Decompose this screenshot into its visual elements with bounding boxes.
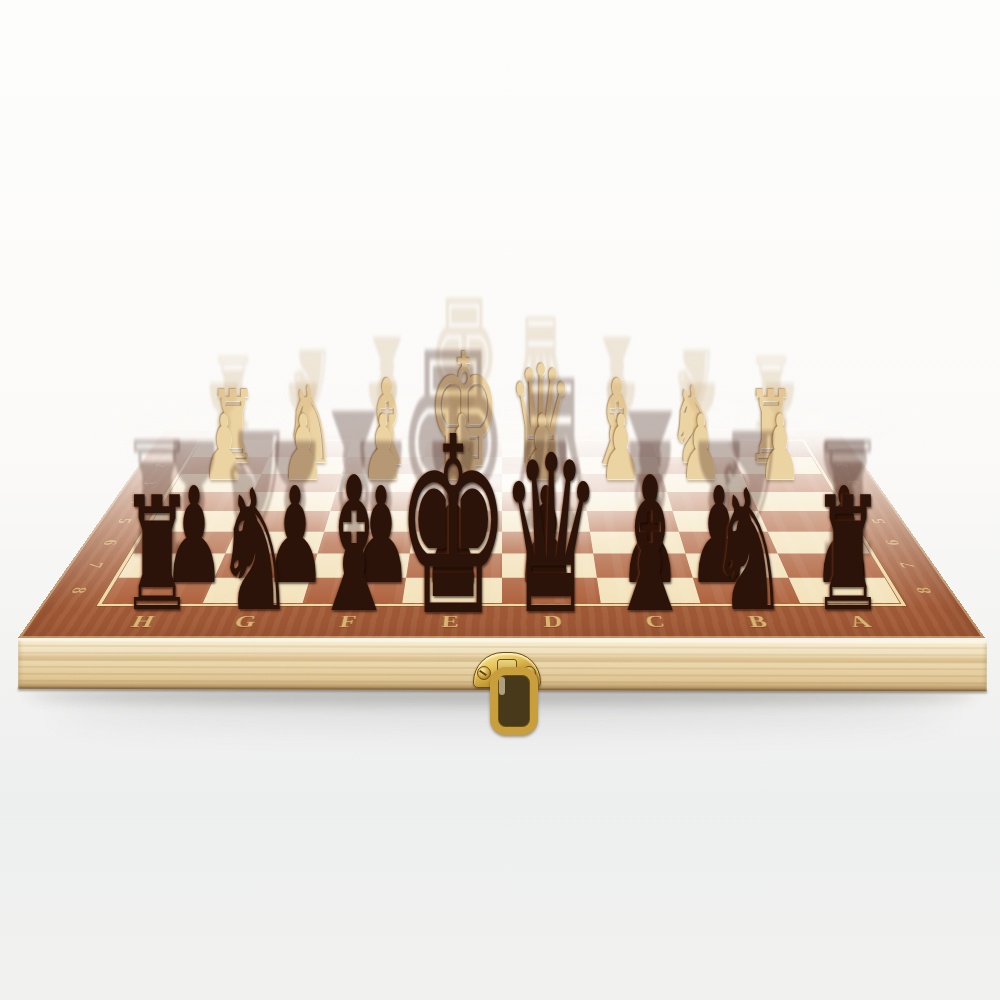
king-glyph: ♚ bbox=[395, 405, 509, 650]
queen-glyph: ♛ bbox=[501, 427, 603, 645]
latch-hasp-loop bbox=[490, 667, 538, 735]
wooden-chess-set-photo: HGFEDCBAHGFEDCBA8877665544332211 ♜♜♞♞♝♝♚… bbox=[0, 0, 1000, 1000]
brass-latch bbox=[471, 649, 541, 723]
bishop-glyph: ♝ bbox=[607, 453, 694, 639]
rook-glyph: ♜ bbox=[811, 476, 884, 633]
knight-glyph: ♞ bbox=[710, 468, 788, 635]
latch-screw-left bbox=[477, 666, 491, 680]
bishop-glyph: ♝ bbox=[311, 453, 398, 639]
knight-glyph: ♞ bbox=[216, 468, 294, 635]
rook-glyph: ♜ bbox=[120, 476, 193, 633]
